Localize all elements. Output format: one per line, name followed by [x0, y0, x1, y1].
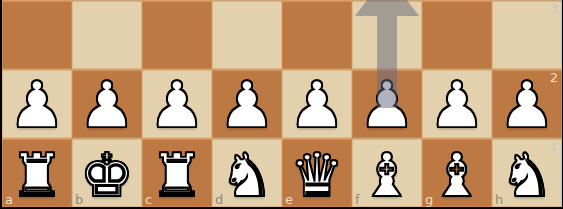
piece-white-pawn[interactable]: ♟ — [148, 73, 205, 137]
square-h2[interactable]: ♟2 — [492, 69, 562, 138]
board-viewport: 3♟♟♟♟♟♟♟♟2♜a♚b♜c♞d♛e♝f♝g♞h1 — [2, 0, 562, 207]
square-e1[interactable]: ♛e — [282, 138, 352, 207]
square-d3[interactable] — [212, 0, 282, 69]
piece-white-pawn[interactable]: ♟ — [498, 73, 555, 137]
square-f3[interactable] — [352, 0, 422, 69]
square-a1[interactable]: ♜a — [2, 138, 72, 207]
square-h1[interactable]: ♞h1 — [492, 138, 562, 207]
square-f2[interactable]: ♟ — [352, 69, 422, 138]
piece-white-queen[interactable]: ♛ — [290, 145, 344, 205]
square-g3[interactable] — [422, 0, 492, 69]
piece-white-pawn[interactable]: ♟ — [428, 73, 485, 137]
square-c3[interactable] — [142, 0, 212, 69]
file-label-f: f — [355, 193, 360, 206]
square-b1[interactable]: ♚b — [72, 138, 142, 207]
square-d1[interactable]: ♞d — [212, 138, 282, 207]
piece-white-king[interactable]: ♚ — [80, 145, 134, 205]
square-e3[interactable] — [282, 0, 352, 69]
piece-white-pawn[interactable]: ♟ — [288, 73, 345, 137]
piece-white-pawn[interactable]: ♟ — [8, 73, 65, 137]
piece-white-rook[interactable]: ♜ — [150, 145, 204, 205]
square-h3[interactable]: 3 — [492, 0, 562, 69]
piece-white-bishop[interactable]: ♝ — [430, 145, 484, 205]
piece-white-pawn[interactable]: ♟ — [78, 73, 135, 137]
square-b2[interactable]: ♟ — [72, 69, 142, 138]
square-b3[interactable] — [72, 0, 142, 69]
piece-white-rook[interactable]: ♜ — [10, 145, 64, 205]
rank-label-3: 3 — [550, 2, 558, 15]
piece-white-pawn[interactable]: ♟ — [358, 73, 415, 137]
piece-white-knight[interactable]: ♞ — [500, 145, 554, 205]
piece-white-knight[interactable]: ♞ — [220, 145, 274, 205]
square-a3[interactable] — [2, 0, 72, 69]
square-g2[interactable]: ♟ — [422, 69, 492, 138]
square-c2[interactable]: ♟ — [142, 69, 212, 138]
square-f1[interactable]: ♝f — [352, 138, 422, 207]
square-c1[interactable]: ♜c — [142, 138, 212, 207]
square-d2[interactable]: ♟ — [212, 69, 282, 138]
square-e2[interactable]: ♟ — [282, 69, 352, 138]
piece-white-bishop[interactable]: ♝ — [360, 145, 414, 205]
square-a2[interactable]: ♟ — [2, 69, 72, 138]
square-g1[interactable]: ♝g — [422, 138, 492, 207]
board: 3♟♟♟♟♟♟♟♟2♜a♚b♜c♞d♛e♝f♝g♞h1 — [2, 0, 562, 207]
piece-white-pawn[interactable]: ♟ — [218, 73, 275, 137]
